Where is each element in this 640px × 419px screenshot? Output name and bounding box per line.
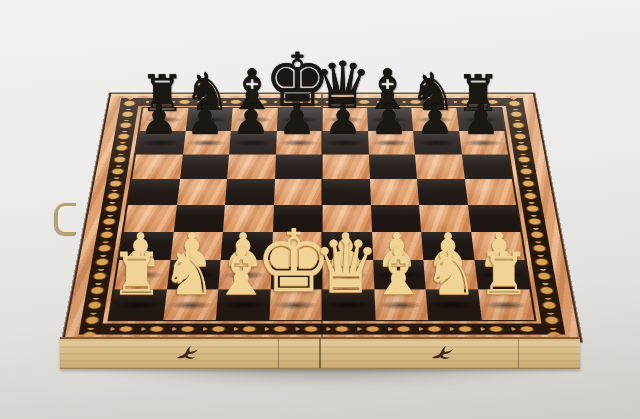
piece-black-pawn[interactable]: ♟ [232, 100, 269, 141]
piece-white-rook[interactable]: ♜ [477, 246, 529, 303]
piece-white-knight[interactable]: ♞ [424, 244, 478, 303]
bird-logo [429, 343, 455, 363]
piece-black-pawn[interactable]: ♟ [370, 100, 407, 141]
piece-black-pawn[interactable]: ♟ [416, 100, 453, 141]
square-g6[interactable] [415, 155, 464, 180]
square-a5[interactable] [128, 179, 180, 205]
photo-stage: ♜♞♝♚♛♝♞♜♟♟♟♟♟♟♟♟♟♟♟♟♟♟♟♟♜♞♝♚♛♝♞♜ [0, 0, 640, 419]
piece-black-pawn[interactable]: ♟ [186, 100, 223, 141]
square-d5[interactable] [274, 179, 323, 205]
square-b6[interactable] [180, 155, 229, 180]
square-h6[interactable] [461, 155, 511, 180]
brass-latch [52, 199, 76, 235]
latch-hook [55, 203, 76, 235]
square-b5[interactable] [177, 179, 228, 205]
plank-joint [278, 339, 279, 368]
piece-black-pawn[interactable]: ♟ [278, 100, 315, 141]
piece-white-rook[interactable]: ♜ [110, 246, 162, 303]
square-e5[interactable] [322, 179, 371, 205]
square-h5[interactable] [464, 179, 516, 205]
piece-white-knight[interactable]: ♞ [162, 244, 216, 303]
square-c6[interactable] [227, 155, 275, 180]
piece-white-bishop[interactable]: ♝ [370, 240, 428, 304]
piece-black-pawn[interactable]: ♟ [462, 100, 499, 141]
piece-black-pawn[interactable]: ♟ [324, 100, 361, 141]
square-f6[interactable] [368, 155, 416, 180]
square-e6[interactable] [322, 155, 369, 180]
square-f5[interactable] [369, 179, 419, 205]
front-fold-seam [319, 339, 321, 368]
bird-logo [174, 343, 200, 363]
square-g5[interactable] [417, 179, 468, 205]
board-front-edge [60, 337, 580, 369]
plank-joint [518, 339, 519, 368]
piece-black-pawn[interactable]: ♟ [140, 100, 177, 141]
square-c5[interactable] [225, 179, 275, 205]
square-a6[interactable] [132, 155, 182, 180]
square-d6[interactable] [275, 155, 322, 180]
